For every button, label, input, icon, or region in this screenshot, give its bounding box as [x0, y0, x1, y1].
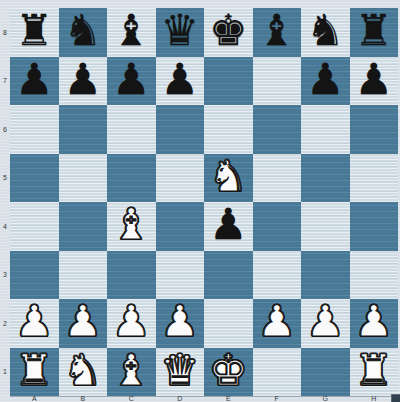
file-label: A — [10, 394, 59, 402]
piece-black-knight[interactable]: ♞ — [306, 6, 345, 55]
piece-white-king[interactable]: ♚ — [209, 346, 248, 395]
piece-white-knight[interactable]: ♞ — [209, 152, 248, 201]
square-d1[interactable]: ♛ — [156, 348, 205, 397]
square-e2[interactable] — [204, 299, 253, 348]
square-h7[interactable]: ♟ — [350, 57, 399, 106]
piece-black-bishop[interactable]: ♝ — [257, 6, 296, 55]
piece-white-bishop[interactable]: ♝ — [112, 346, 151, 395]
square-h5[interactable] — [350, 154, 399, 203]
square-a4[interactable] — [10, 202, 59, 251]
square-a6[interactable] — [10, 105, 59, 154]
square-e8[interactable]: ♚ — [204, 8, 253, 57]
piece-black-rook[interactable]: ♜ — [354, 6, 393, 55]
square-b4[interactable] — [59, 202, 108, 251]
square-b6[interactable] — [59, 105, 108, 154]
resize-grip-icon[interactable] — [391, 394, 400, 402]
square-c1[interactable]: ♝ — [107, 348, 156, 397]
piece-white-rook[interactable]: ♜ — [15, 346, 54, 395]
square-f1[interactable] — [253, 348, 302, 397]
rank-labels: 8 7 6 5 4 3 2 1 — [0, 8, 10, 396]
square-g7[interactable]: ♟ — [301, 57, 350, 106]
piece-white-bishop[interactable]: ♝ — [112, 200, 151, 249]
square-b1[interactable]: ♞ — [59, 348, 108, 397]
piece-white-rook[interactable]: ♜ — [354, 346, 393, 395]
square-h3[interactable] — [350, 251, 399, 300]
square-h8[interactable]: ♜ — [350, 8, 399, 57]
square-c7[interactable]: ♟ — [107, 57, 156, 106]
piece-black-bishop[interactable]: ♝ — [112, 6, 151, 55]
square-c3[interactable] — [107, 251, 156, 300]
square-a2[interactable]: ♟ — [10, 299, 59, 348]
piece-black-queen[interactable]: ♛ — [160, 6, 199, 55]
square-b8[interactable]: ♞ — [59, 8, 108, 57]
square-a8[interactable]: ♜ — [10, 8, 59, 57]
square-b7[interactable]: ♟ — [59, 57, 108, 106]
square-d8[interactable]: ♛ — [156, 8, 205, 57]
rank-label: 5 — [0, 154, 10, 203]
rank-label: 3 — [0, 251, 10, 300]
square-g1[interactable] — [301, 348, 350, 397]
piece-white-pawn[interactable]: ♟ — [354, 297, 393, 346]
piece-white-knight[interactable]: ♞ — [63, 346, 102, 395]
piece-black-pawn[interactable]: ♟ — [354, 55, 393, 104]
piece-black-pawn[interactable]: ♟ — [15, 55, 54, 104]
square-h1[interactable]: ♜ — [350, 348, 399, 397]
square-f2[interactable]: ♟ — [253, 299, 302, 348]
square-b5[interactable] — [59, 154, 108, 203]
square-g6[interactable] — [301, 105, 350, 154]
rank-label: 2 — [0, 299, 10, 348]
piece-black-pawn[interactable]: ♟ — [112, 55, 151, 104]
square-h4[interactable] — [350, 202, 399, 251]
piece-black-knight[interactable]: ♞ — [63, 6, 102, 55]
square-f7[interactable] — [253, 57, 302, 106]
square-e6[interactable] — [204, 105, 253, 154]
file-label: D — [156, 394, 205, 402]
piece-white-pawn[interactable]: ♟ — [306, 297, 345, 346]
square-d5[interactable] — [156, 154, 205, 203]
square-b3[interactable] — [59, 251, 108, 300]
square-a5[interactable] — [10, 154, 59, 203]
square-c6[interactable] — [107, 105, 156, 154]
square-f3[interactable] — [253, 251, 302, 300]
rank-label: 4 — [0, 202, 10, 251]
square-a1[interactable]: ♜ — [10, 348, 59, 397]
rank-label: 1 — [0, 348, 10, 397]
square-c2[interactable]: ♟ — [107, 299, 156, 348]
piece-black-pawn[interactable]: ♟ — [209, 200, 248, 249]
square-f8[interactable]: ♝ — [253, 8, 302, 57]
square-c4[interactable]: ♝ — [107, 202, 156, 251]
square-a3[interactable] — [10, 251, 59, 300]
piece-black-pawn[interactable]: ♟ — [160, 55, 199, 104]
piece-black-king[interactable]: ♚ — [209, 6, 248, 55]
file-labels: A B C D E F G H — [10, 394, 398, 402]
square-c5[interactable] — [107, 154, 156, 203]
square-c8[interactable]: ♝ — [107, 8, 156, 57]
piece-white-pawn[interactable]: ♟ — [112, 297, 151, 346]
square-b2[interactable]: ♟ — [59, 299, 108, 348]
piece-white-pawn[interactable]: ♟ — [15, 297, 54, 346]
square-e7[interactable] — [204, 57, 253, 106]
file-label: G — [301, 394, 350, 402]
file-label: B — [59, 394, 108, 402]
square-d3[interactable] — [156, 251, 205, 300]
file-label: C — [107, 394, 156, 402]
piece-black-pawn[interactable]: ♟ — [63, 55, 102, 104]
square-e5[interactable]: ♞ — [204, 154, 253, 203]
chess-board: ♜♞♝♛♚♝♞♜♟♟♟♟♟♟♞♝♟♟♟♟♟♟♟♟♜♞♝♛♚♜ — [10, 8, 398, 397]
square-e1[interactable]: ♚ — [204, 348, 253, 397]
piece-white-queen[interactable]: ♛ — [160, 346, 199, 395]
piece-white-pawn[interactable]: ♟ — [160, 297, 199, 346]
square-d6[interactable] — [156, 105, 205, 154]
square-g8[interactable]: ♞ — [301, 8, 350, 57]
square-d4[interactable] — [156, 202, 205, 251]
piece-white-pawn[interactable]: ♟ — [257, 297, 296, 346]
square-g4[interactable] — [301, 202, 350, 251]
rank-label: 6 — [0, 105, 10, 154]
square-d2[interactable]: ♟ — [156, 299, 205, 348]
square-a7[interactable]: ♟ — [10, 57, 59, 106]
square-d7[interactable]: ♟ — [156, 57, 205, 106]
square-g2[interactable]: ♟ — [301, 299, 350, 348]
rank-label: 8 — [0, 8, 10, 57]
square-g5[interactable] — [301, 154, 350, 203]
file-label: E — [204, 394, 253, 402]
square-h2[interactable]: ♟ — [350, 299, 399, 348]
rank-label: 7 — [0, 57, 10, 106]
square-f6[interactable] — [253, 105, 302, 154]
piece-black-pawn[interactable]: ♟ — [306, 55, 345, 104]
square-f4[interactable] — [253, 202, 302, 251]
square-e4[interactable]: ♟ — [204, 202, 253, 251]
square-e3[interactable] — [204, 251, 253, 300]
piece-black-rook[interactable]: ♜ — [15, 6, 54, 55]
square-g3[interactable] — [301, 251, 350, 300]
square-f5[interactable] — [253, 154, 302, 203]
file-label: F — [253, 394, 302, 402]
piece-white-pawn[interactable]: ♟ — [63, 297, 102, 346]
square-h6[interactable] — [350, 105, 399, 154]
